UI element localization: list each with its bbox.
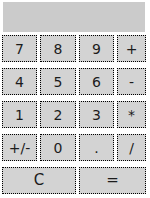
key-5[interactable]: 5 [40, 68, 76, 95]
key-subtract[interactable]: - [117, 68, 146, 95]
key-6[interactable]: 6 [79, 68, 114, 95]
key-4[interactable]: 4 [2, 68, 37, 95]
key-add[interactable]: + [117, 35, 146, 62]
key-1[interactable]: 1 [2, 101, 37, 128]
key-3[interactable]: 3 [79, 101, 114, 128]
key-0[interactable]: 0 [40, 134, 76, 161]
key-clear[interactable]: C [2, 167, 76, 194]
key-2[interactable]: 2 [40, 101, 76, 128]
calculator-app: 7 8 9 + 4 5 6 - 1 2 3 * +/- 0 . / C = [0, 0, 150, 198]
key-plus-minus[interactable]: +/- [2, 134, 37, 161]
key-divide[interactable]: / [117, 134, 146, 161]
key-equals[interactable]: = [79, 167, 146, 194]
key-8[interactable]: 8 [40, 35, 76, 62]
keypad: 7 8 9 + 4 5 6 - 1 2 3 * +/- 0 . / C = [2, 35, 146, 194]
key-7[interactable]: 7 [2, 35, 37, 62]
key-multiply[interactable]: * [117, 101, 146, 128]
calculator-display [3, 2, 145, 32]
key-9[interactable]: 9 [79, 35, 114, 62]
key-decimal[interactable]: . [79, 134, 114, 161]
